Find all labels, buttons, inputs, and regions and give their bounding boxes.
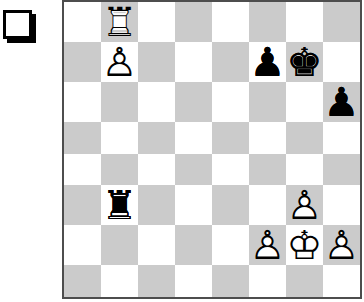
piece-white-pawn-h2[interactable]: ♟♙ [324, 225, 360, 265]
square-b6[interactable] [101, 82, 138, 122]
piece-outline-glyph: ♚ [287, 39, 323, 85]
piece-outline-glyph: ♜ [102, 182, 138, 228]
square-c5[interactable] [138, 122, 175, 154]
square-a3[interactable] [64, 185, 101, 225]
square-e1[interactable] [212, 265, 249, 297]
square-c7[interactable] [138, 42, 175, 82]
square-g2[interactable]: ♚♔ [286, 225, 323, 265]
square-c8[interactable] [138, 2, 175, 42]
square-d8[interactable] [175, 2, 212, 42]
square-f3[interactable] [249, 185, 286, 225]
square-f7[interactable]: ♟♟ [249, 42, 286, 82]
square-b2[interactable] [101, 225, 138, 265]
square-d2[interactable] [175, 225, 212, 265]
square-h4[interactable] [323, 154, 360, 186]
square-g8[interactable] [286, 2, 323, 42]
square-g3[interactable]: ♟♙ [286, 185, 323, 225]
square-g7[interactable]: ♚♚ [286, 42, 323, 82]
chess-board: ♜♖♟♙♟♟♚♚♟♟♜♜♟♙♟♙♚♔♟♙ [62, 0, 362, 299]
square-h3[interactable] [323, 185, 360, 225]
square-a4[interactable] [64, 154, 101, 186]
piece-white-pawn-f2[interactable]: ♟♙ [250, 225, 286, 265]
square-a2[interactable] [64, 225, 101, 265]
square-b4[interactable] [101, 154, 138, 186]
square-f4[interactable] [249, 154, 286, 186]
square-h8[interactable] [323, 2, 360, 42]
square-d4[interactable] [175, 154, 212, 186]
square-f8[interactable] [249, 2, 286, 42]
square-e8[interactable] [212, 2, 249, 42]
piece-black-pawn-f7[interactable]: ♟♟ [250, 42, 286, 82]
piece-white-king-g2[interactable]: ♚♔ [287, 225, 323, 265]
square-d7[interactable] [175, 42, 212, 82]
piece-white-pawn-b7[interactable]: ♟♙ [102, 42, 138, 82]
piece-outline-glyph: ♙ [102, 39, 138, 85]
piece-black-pawn-h6[interactable]: ♟♟ [324, 82, 360, 122]
square-g5[interactable] [286, 122, 323, 154]
white-to-move-indicator [3, 10, 32, 39]
square-e2[interactable] [212, 225, 249, 265]
square-f1[interactable] [249, 265, 286, 297]
square-g1[interactable] [286, 265, 323, 297]
square-a1[interactable] [64, 265, 101, 297]
square-h2[interactable]: ♟♙ [323, 225, 360, 265]
square-e6[interactable] [212, 82, 249, 122]
square-b8[interactable]: ♜♖ [101, 2, 138, 42]
piece-outline-glyph: ♔ [287, 222, 323, 268]
square-d5[interactable] [175, 122, 212, 154]
square-h6[interactable]: ♟♟ [323, 82, 360, 122]
square-e7[interactable] [212, 42, 249, 82]
piece-outline-glyph: ♙ [324, 222, 360, 268]
square-c3[interactable] [138, 185, 175, 225]
square-b7[interactable]: ♟♙ [101, 42, 138, 82]
square-c2[interactable] [138, 225, 175, 265]
square-a8[interactable] [64, 2, 101, 42]
square-b5[interactable] [101, 122, 138, 154]
piece-outline-glyph: ♟ [250, 39, 286, 85]
piece-black-rook-b3[interactable]: ♜♜ [102, 185, 138, 225]
square-g6[interactable] [286, 82, 323, 122]
square-h5[interactable] [323, 122, 360, 154]
square-b1[interactable] [101, 265, 138, 297]
piece-outline-glyph: ♙ [250, 222, 286, 268]
square-e3[interactable] [212, 185, 249, 225]
square-e5[interactable] [212, 122, 249, 154]
square-c4[interactable] [138, 154, 175, 186]
square-c1[interactable] [138, 265, 175, 297]
square-a7[interactable] [64, 42, 101, 82]
square-d6[interactable] [175, 82, 212, 122]
square-d3[interactable] [175, 185, 212, 225]
square-e4[interactable] [212, 154, 249, 186]
square-f2[interactable]: ♟♙ [249, 225, 286, 265]
piece-black-king-g7[interactable]: ♚♚ [287, 42, 323, 82]
page: ♜♖♟♙♟♟♚♚♟♟♜♜♟♙♟♙♚♔♟♙ [0, 0, 364, 302]
square-d1[interactable] [175, 265, 212, 297]
square-a5[interactable] [64, 122, 101, 154]
square-b3[interactable]: ♜♜ [101, 185, 138, 225]
square-h1[interactable] [323, 265, 360, 297]
square-h7[interactable] [323, 42, 360, 82]
piece-outline-glyph: ♟ [324, 79, 360, 125]
square-f5[interactable] [249, 122, 286, 154]
piece-white-rook-b8[interactable]: ♜♖ [102, 2, 138, 42]
square-g4[interactable] [286, 154, 323, 186]
square-f6[interactable] [249, 82, 286, 122]
square-c6[interactable] [138, 82, 175, 122]
square-a6[interactable] [64, 82, 101, 122]
piece-white-pawn-g3[interactable]: ♟♙ [287, 185, 323, 225]
